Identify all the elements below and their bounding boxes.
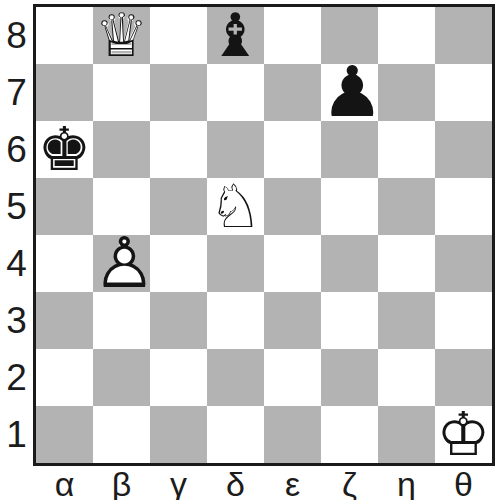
square-g6[interactable] bbox=[378, 121, 435, 178]
square-c8[interactable] bbox=[150, 7, 207, 64]
square-a4[interactable] bbox=[36, 235, 93, 292]
white-queen[interactable]: ♛♕ bbox=[93, 7, 150, 64]
rank-labels: 87654321 bbox=[0, 4, 33, 466]
chess-diagram: 87654321 ♛♕♝♟♚♞♘♟♙♚♔ αβγδεζηθ bbox=[0, 0, 500, 500]
file-label-gamma: γ bbox=[150, 466, 207, 500]
square-f7[interactable]: ♟ bbox=[321, 64, 378, 121]
piece-outline-layer: ♔ bbox=[435, 406, 492, 463]
square-a2[interactable] bbox=[36, 349, 93, 406]
black-bishop[interactable]: ♝ bbox=[207, 7, 264, 64]
square-h5[interactable] bbox=[435, 178, 492, 235]
piece-glyph: ♚ bbox=[36, 121, 93, 178]
square-a3[interactable] bbox=[36, 292, 93, 349]
square-g2[interactable] bbox=[378, 349, 435, 406]
square-g7[interactable] bbox=[378, 64, 435, 121]
white-pawn[interactable]: ♟♙ bbox=[93, 235, 150, 292]
chess-board: ♛♕♝♟♚♞♘♟♙♚♔ bbox=[33, 4, 495, 466]
square-c5[interactable] bbox=[150, 178, 207, 235]
square-a8[interactable] bbox=[36, 7, 93, 64]
rank-label-6: 6 bbox=[0, 121, 33, 178]
square-c1[interactable] bbox=[150, 406, 207, 463]
square-e1[interactable] bbox=[264, 406, 321, 463]
piece-outline-layer: ♙ bbox=[93, 235, 150, 292]
rank-label-8: 8 bbox=[0, 7, 33, 64]
rank-label-2: 2 bbox=[0, 349, 33, 406]
file-label-delta: δ bbox=[207, 466, 264, 500]
square-b8[interactable]: ♛♕ bbox=[93, 7, 150, 64]
square-f3[interactable] bbox=[321, 292, 378, 349]
rank-label-4: 4 bbox=[0, 235, 33, 292]
square-d2[interactable] bbox=[207, 349, 264, 406]
square-h6[interactable] bbox=[435, 121, 492, 178]
square-f6[interactable] bbox=[321, 121, 378, 178]
square-e2[interactable] bbox=[264, 349, 321, 406]
piece-outline-layer: ♕ bbox=[93, 7, 150, 64]
square-d1[interactable] bbox=[207, 406, 264, 463]
piece-glyph: ♝ bbox=[207, 7, 264, 64]
square-c3[interactable] bbox=[150, 292, 207, 349]
square-e6[interactable] bbox=[264, 121, 321, 178]
square-h3[interactable] bbox=[435, 292, 492, 349]
file-label-beta: β bbox=[93, 466, 150, 500]
square-a5[interactable] bbox=[36, 178, 93, 235]
square-d7[interactable] bbox=[207, 64, 264, 121]
square-c7[interactable] bbox=[150, 64, 207, 121]
square-b2[interactable] bbox=[93, 349, 150, 406]
square-f4[interactable] bbox=[321, 235, 378, 292]
square-c2[interactable] bbox=[150, 349, 207, 406]
file-labels: αβγδεζηθ bbox=[36, 466, 500, 500]
square-h2[interactable] bbox=[435, 349, 492, 406]
square-b6[interactable] bbox=[93, 121, 150, 178]
rank-label-5: 5 bbox=[0, 178, 33, 235]
white-knight[interactable]: ♞♘ bbox=[207, 178, 264, 235]
rank-label-1: 1 bbox=[0, 406, 33, 463]
square-c4[interactable] bbox=[150, 235, 207, 292]
square-g5[interactable] bbox=[378, 178, 435, 235]
square-f2[interactable] bbox=[321, 349, 378, 406]
square-b4[interactable]: ♟♙ bbox=[93, 235, 150, 292]
square-d3[interactable] bbox=[207, 292, 264, 349]
square-a1[interactable] bbox=[36, 406, 93, 463]
square-e7[interactable] bbox=[264, 64, 321, 121]
square-f1[interactable] bbox=[321, 406, 378, 463]
square-a7[interactable] bbox=[36, 64, 93, 121]
rank-label-7: 7 bbox=[0, 64, 33, 121]
square-e4[interactable] bbox=[264, 235, 321, 292]
square-h7[interactable] bbox=[435, 64, 492, 121]
file-label-epsilon: ε bbox=[264, 466, 321, 500]
piece-glyph: ♟ bbox=[321, 64, 378, 121]
square-g1[interactable] bbox=[378, 406, 435, 463]
square-d8[interactable]: ♝ bbox=[207, 7, 264, 64]
square-d4[interactable] bbox=[207, 235, 264, 292]
square-d6[interactable] bbox=[207, 121, 264, 178]
black-king[interactable]: ♚ bbox=[36, 121, 93, 178]
square-b1[interactable] bbox=[93, 406, 150, 463]
square-a6[interactable]: ♚ bbox=[36, 121, 93, 178]
square-e3[interactable] bbox=[264, 292, 321, 349]
square-b7[interactable] bbox=[93, 64, 150, 121]
square-h8[interactable] bbox=[435, 7, 492, 64]
file-label-eta: η bbox=[378, 466, 435, 500]
square-e8[interactable] bbox=[264, 7, 321, 64]
square-e5[interactable] bbox=[264, 178, 321, 235]
square-f5[interactable] bbox=[321, 178, 378, 235]
square-g3[interactable] bbox=[378, 292, 435, 349]
file-label-zeta: ζ bbox=[321, 466, 378, 500]
square-g8[interactable] bbox=[378, 7, 435, 64]
black-pawn[interactable]: ♟ bbox=[321, 64, 378, 121]
square-g4[interactable] bbox=[378, 235, 435, 292]
file-label-alpha: α bbox=[36, 466, 93, 500]
white-king[interactable]: ♚♔ bbox=[435, 406, 492, 463]
square-h4[interactable] bbox=[435, 235, 492, 292]
piece-outline-layer: ♘ bbox=[207, 178, 264, 235]
square-d5[interactable]: ♞♘ bbox=[207, 178, 264, 235]
board-row: 87654321 ♛♕♝♟♚♞♘♟♙♚♔ bbox=[0, 0, 500, 466]
square-c6[interactable] bbox=[150, 121, 207, 178]
square-h1[interactable]: ♚♔ bbox=[435, 406, 492, 463]
rank-label-3: 3 bbox=[0, 292, 33, 349]
file-label-theta: θ bbox=[435, 466, 492, 500]
